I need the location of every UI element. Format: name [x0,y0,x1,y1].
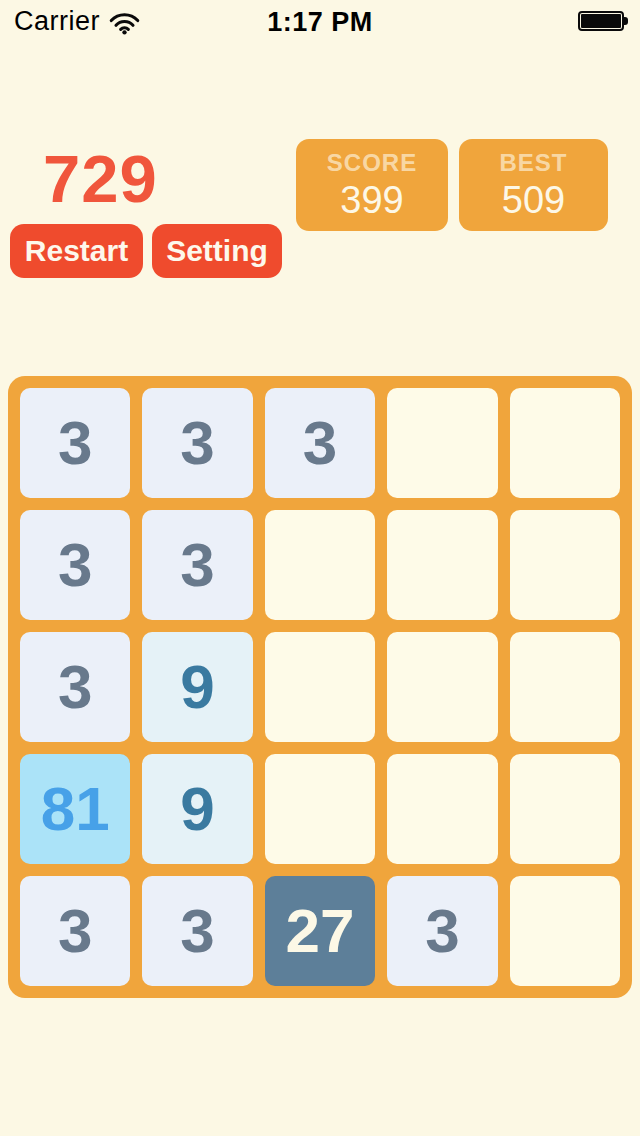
cell-r3c1: 3 [20,632,130,742]
cell-r3c2: 9 [142,632,252,742]
cell-r5c3: 27 [265,876,375,986]
setting-button[interactable]: Setting [152,224,282,278]
cell-r2c1: 3 [20,510,130,620]
cell-r4c4 [387,754,497,864]
cell-r1c2: 3 [142,388,252,498]
cell-r1c3: 3 [265,388,375,498]
score-box-label: SCORE [327,149,417,177]
cell-r2c3 [265,510,375,620]
cell-r1c5 [510,388,620,498]
best-box-value: 509 [502,179,565,222]
cell-r3c5 [510,632,620,742]
status-bar: Carrier 1:17 PM [0,0,640,40]
score-box-value: 399 [340,179,403,222]
cell-r4c3 [265,754,375,864]
cell-r3c3 [265,632,375,742]
cell-r5c2: 3 [142,876,252,986]
restart-button[interactable]: Restart [10,224,143,278]
current-score: 729 [43,140,158,217]
best-box-label: BEST [499,149,567,177]
cell-r5c1: 3 [20,876,130,986]
battery-icon [578,11,624,31]
cell-r4c2: 9 [142,754,252,864]
clock: 1:17 PM [0,7,640,38]
cell-r5c5 [510,876,620,986]
cell-r4c1: 81 [20,754,130,864]
best-box: BEST 509 [459,139,608,231]
cell-r5c4: 3 [387,876,497,986]
cell-r1c1: 3 [20,388,130,498]
cell-r3c4 [387,632,497,742]
game-board[interactable]: 3 3 3 3 3 3 9 81 9 3 3 27 3 [8,376,632,998]
cell-r4c5 [510,754,620,864]
score-box: SCORE 399 [296,139,448,231]
cell-r2c5 [510,510,620,620]
cell-r1c4 [387,388,497,498]
cell-r2c2: 3 [142,510,252,620]
cell-r2c4 [387,510,497,620]
